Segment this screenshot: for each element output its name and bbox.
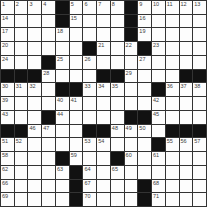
cell-r3-c8[interactable] — [97, 28, 110, 41]
black-square-r15-c11 — [138, 193, 151, 206]
cell-r2-c8[interactable] — [97, 15, 110, 28]
black-square-r11-c12 — [152, 138, 165, 151]
clue-number: 64 — [84, 166, 90, 172]
cell-r11-c3[interactable] — [28, 138, 41, 151]
black-square-r10-c1 — [1, 125, 14, 138]
cell-r15-c10[interactable] — [125, 193, 138, 206]
cell-r12-c8[interactable] — [97, 152, 110, 165]
cell-r12-c1[interactable]: 58 — [1, 152, 14, 165]
clue-number: 66 — [2, 180, 8, 186]
cell-r1-c15[interactable]: 13 — [193, 1, 206, 14]
cell-r14-c12[interactable]: 68 — [152, 180, 165, 193]
cell-r2-c11[interactable]: 16 — [138, 15, 151, 28]
clue-number: 45 — [153, 111, 159, 117]
cell-r12-c2[interactable] — [15, 152, 28, 165]
cell-r15-c14[interactable] — [180, 193, 193, 206]
cell-r14-c7[interactable]: 67 — [83, 180, 96, 193]
cell-r1-c13[interactable]: 11 — [166, 1, 179, 14]
clue-number: 52 — [16, 138, 22, 144]
clue-number: 65 — [112, 166, 118, 172]
cell-r4-c10[interactable]: 22 — [125, 42, 138, 55]
cell-r9-c14[interactable] — [180, 111, 193, 124]
cell-r2-c7[interactable] — [83, 15, 96, 28]
cell-r14-c9[interactable] — [111, 180, 124, 193]
cell-r13-c3[interactable] — [28, 166, 41, 179]
cell-r11-c2[interactable]: 52 — [15, 138, 28, 151]
cell-r11-c4[interactable] — [42, 138, 55, 151]
cell-r5-c10[interactable] — [125, 56, 138, 69]
cell-r9-c1[interactable]: 43 — [1, 111, 14, 124]
cell-r14-c2[interactable] — [15, 180, 28, 193]
cell-r4-c6[interactable] — [70, 42, 83, 55]
cell-r6-c7[interactable] — [83, 70, 96, 83]
cell-r1-c14[interactable]: 12 — [180, 1, 193, 14]
black-square-r13-c6 — [70, 166, 83, 179]
black-square-r7-c12 — [152, 83, 165, 96]
cell-r7-c15[interactable]: 38 — [193, 83, 206, 96]
cell-r7-c9[interactable]: 35 — [111, 83, 124, 96]
clue-number: 24 — [2, 56, 8, 62]
cell-r9-c15[interactable] — [193, 111, 206, 124]
cell-r14-c1[interactable]: 66 — [1, 180, 14, 193]
clue-number: 53 — [84, 138, 90, 144]
cell-r2-c9[interactable] — [111, 15, 124, 28]
cell-r14-c13[interactable] — [166, 180, 179, 193]
clue-number: 59 — [71, 152, 77, 158]
clue-number: 61 — [153, 152, 159, 158]
cell-r12-c14[interactable] — [180, 152, 193, 165]
cell-r12-c13[interactable] — [166, 152, 179, 165]
clue-number: 44 — [57, 111, 63, 117]
clue-number: 8 — [112, 1, 115, 7]
cell-r13-c11[interactable] — [138, 166, 151, 179]
cell-r6-c6[interactable] — [70, 70, 83, 83]
clue-number: 35 — [112, 83, 118, 89]
cell-r11-c7[interactable]: 53 — [83, 138, 96, 151]
black-square-r7-c6 — [70, 83, 83, 96]
cell-r1-c6[interactable]: 5 — [70, 1, 83, 14]
clue-number: 67 — [84, 180, 90, 186]
cell-r15-c2[interactable] — [15, 193, 28, 206]
clue-number: 14 — [2, 15, 8, 21]
cell-r5-c3[interactable] — [28, 56, 41, 69]
cell-r13-c14[interactable] — [180, 166, 193, 179]
cell-r13-c5[interactable]: 63 — [56, 166, 69, 179]
clue-number: 58 — [2, 152, 8, 158]
cell-r13-c13[interactable] — [166, 166, 179, 179]
clue-number: 9 — [139, 1, 142, 7]
clue-number: 1 — [2, 1, 5, 7]
black-square-r4-c11 — [138, 42, 151, 55]
clue-number: 3 — [29, 1, 32, 7]
cell-r7-c3[interactable]: 32 — [28, 83, 41, 96]
cell-r8-c7[interactable] — [83, 97, 96, 110]
cell-r7-c7[interactable]: 33 — [83, 83, 96, 96]
cell-r7-c8[interactable]: 34 — [97, 83, 110, 96]
cell-r15-c12[interactable]: 71 — [152, 193, 165, 206]
clue-number: 10 — [153, 1, 159, 7]
black-square-r2-c5 — [56, 15, 69, 28]
clue-number: 62 — [2, 166, 8, 172]
clue-number: 29 — [126, 70, 132, 76]
cell-r9-c8[interactable] — [97, 111, 110, 124]
cell-r1-c7[interactable]: 6 — [83, 1, 96, 14]
black-square-r9-c4 — [42, 111, 55, 124]
black-square-r6-c2 — [15, 70, 28, 83]
cell-r15-c13[interactable] — [166, 193, 179, 206]
black-square-r14-c6 — [70, 180, 83, 193]
cell-r11-c10[interactable] — [125, 138, 138, 151]
clue-number: 17 — [2, 28, 8, 34]
clue-number: 36 — [167, 83, 173, 89]
cell-r8-c15[interactable] — [193, 97, 206, 110]
cell-r2-c2[interactable] — [15, 15, 28, 28]
cell-r12-c11[interactable] — [138, 152, 151, 165]
cell-r4-c12[interactable]: 23 — [152, 42, 165, 55]
cell-r13-c15[interactable] — [193, 166, 206, 179]
cell-r9-c2[interactable] — [15, 111, 28, 124]
clue-number: 57 — [194, 138, 200, 144]
cell-r5-c2[interactable] — [15, 56, 28, 69]
black-square-r6-c8 — [97, 70, 110, 83]
cell-r14-c10[interactable] — [125, 180, 138, 193]
cell-r11-c5[interactable] — [56, 138, 69, 151]
clue-number: 40 — [57, 97, 63, 103]
cell-r8-c13[interactable] — [166, 97, 179, 110]
cell-r6-c11[interactable] — [138, 70, 151, 83]
clue-number: 4 — [43, 1, 46, 7]
cell-r14-c4[interactable] — [42, 180, 55, 193]
clue-number: 43 — [2, 111, 8, 117]
clue-number: 38 — [194, 83, 200, 89]
black-square-r10-c7 — [83, 125, 96, 138]
clue-number: 31 — [16, 83, 22, 89]
black-square-r6-c14 — [180, 70, 193, 83]
clue-number: 41 — [71, 97, 77, 103]
clue-number: 2 — [16, 1, 19, 7]
cell-r7-c11[interactable] — [138, 83, 151, 96]
cell-r10-c10[interactable]: 49 — [125, 125, 138, 138]
black-square-r6-c9 — [111, 70, 124, 83]
cell-r15-c1[interactable]: 69 — [1, 193, 14, 206]
clue-number: 49 — [126, 125, 132, 131]
cell-r15-c7[interactable]: 70 — [83, 193, 96, 206]
cell-r15-c3[interactable] — [28, 193, 41, 206]
cell-r14-c8[interactable] — [97, 180, 110, 193]
cell-r13-c10[interactable] — [125, 166, 138, 179]
cell-r3-c4[interactable] — [42, 28, 55, 41]
cell-r12-c3[interactable] — [28, 152, 41, 165]
cell-r2-c3[interactable] — [28, 15, 41, 28]
cell-r8-c12[interactable]: 42 — [152, 97, 165, 110]
clue-number: 12 — [181, 1, 187, 7]
cell-r8-c2[interactable] — [15, 97, 28, 110]
cell-r5-c13[interactable] — [166, 56, 179, 69]
cell-r1-c9[interactable]: 8 — [111, 1, 124, 14]
cell-r3-c7[interactable] — [83, 28, 96, 41]
black-square-r15-c6 — [70, 193, 83, 206]
cell-r15-c8[interactable] — [97, 193, 110, 206]
cell-r4-c13[interactable] — [166, 42, 179, 55]
cell-r3-c9[interactable] — [111, 28, 124, 41]
clue-number: 16 — [139, 15, 145, 21]
cell-r3-c3[interactable] — [28, 28, 41, 41]
clue-number: 37 — [181, 83, 187, 89]
cell-r5-c6[interactable] — [70, 56, 83, 69]
cell-r15-c9[interactable] — [111, 193, 124, 206]
cell-r8-c14[interactable] — [180, 97, 193, 110]
cell-r11-c11[interactable] — [138, 138, 151, 151]
cell-r13-c4[interactable] — [42, 166, 55, 179]
black-square-r3-c10 — [125, 28, 138, 41]
clue-number: 63 — [57, 166, 63, 172]
black-square-r10-c13 — [166, 125, 179, 138]
cell-r12-c6[interactable]: 59 — [70, 152, 83, 165]
cell-r11-c13[interactable]: 55 — [166, 138, 179, 151]
clue-number: 15 — [71, 15, 77, 21]
cell-r1-c1[interactable]: 1 — [1, 1, 14, 14]
clue-number: 22 — [126, 42, 132, 48]
cell-r14-c14[interactable] — [180, 180, 193, 193]
black-square-r12-c5 — [56, 152, 69, 165]
clue-number: 27 — [139, 56, 145, 62]
cell-r7-c2[interactable]: 31 — [15, 83, 28, 96]
cell-r8-c8[interactable] — [97, 97, 110, 110]
cell-r13-c7[interactable]: 64 — [83, 166, 96, 179]
cell-r5-c1[interactable]: 24 — [1, 56, 14, 69]
cell-r11-c1[interactable]: 51 — [1, 138, 14, 151]
cell-r10-c3[interactable]: 46 — [28, 125, 41, 138]
cell-r14-c5[interactable] — [56, 180, 69, 193]
cell-r4-c1[interactable]: 20 — [1, 42, 14, 55]
crossword-board: 1234567891011121314151617181920212223242… — [0, 0, 207, 207]
cell-r4-c14[interactable] — [180, 42, 193, 55]
black-square-r6-c1 — [1, 70, 14, 83]
cell-r2-c13[interactable] — [166, 15, 179, 28]
cell-r10-c12[interactable] — [152, 125, 165, 138]
cell-r4-c8[interactable]: 21 — [97, 42, 110, 55]
cell-r12-c12[interactable]: 61 — [152, 152, 165, 165]
cell-r9-c7[interactable] — [83, 111, 96, 124]
cell-r7-c13[interactable]: 36 — [166, 83, 179, 96]
cell-r3-c14[interactable] — [180, 28, 193, 41]
cell-r12-c15[interactable] — [193, 152, 206, 165]
clue-number: 56 — [181, 138, 187, 144]
black-square-r4-c7 — [83, 42, 96, 55]
cell-r5-c8[interactable] — [97, 56, 110, 69]
cell-r3-c13[interactable] — [166, 28, 179, 41]
cell-r5-c12[interactable] — [152, 56, 165, 69]
cell-r8-c3[interactable] — [28, 97, 41, 110]
clue-number: 60 — [126, 152, 132, 158]
black-square-r1-c5 — [56, 1, 69, 14]
cell-r8-c5[interactable]: 40 — [56, 97, 69, 110]
cell-r3-c1[interactable]: 17 — [1, 28, 14, 41]
black-square-r10-c14 — [180, 125, 193, 138]
clue-number: 54 — [98, 138, 104, 144]
cell-r9-c13[interactable] — [166, 111, 179, 124]
cell-r8-c4[interactable] — [42, 97, 55, 110]
cell-r11-c14[interactable]: 56 — [180, 138, 193, 151]
cell-r13-c2[interactable] — [15, 166, 28, 179]
cell-r2-c6[interactable]: 15 — [70, 15, 83, 28]
clue-number: 7 — [98, 1, 101, 7]
cell-r6-c13[interactable] — [166, 70, 179, 83]
clue-number: 5 — [71, 1, 74, 7]
cell-r5-c5[interactable]: 25 — [56, 56, 69, 69]
cell-r10-c4[interactable]: 47 — [42, 125, 55, 138]
clue-number: 21 — [98, 42, 104, 48]
cell-r1-c12[interactable]: 10 — [152, 1, 165, 14]
black-square-r6-c15 — [193, 70, 206, 83]
cell-r6-c5[interactable] — [56, 70, 69, 83]
clue-number: 71 — [153, 193, 159, 199]
cell-r5-c14[interactable] — [180, 56, 193, 69]
cell-r11-c15[interactable]: 57 — [193, 138, 206, 151]
cell-r4-c4[interactable] — [42, 42, 55, 55]
clue-number: 32 — [29, 83, 35, 89]
cell-r8-c10[interactable] — [125, 97, 138, 110]
black-square-r2-c10 — [125, 15, 138, 28]
cell-r9-c3[interactable] — [28, 111, 41, 124]
cell-r3-c6[interactable] — [70, 28, 83, 41]
cell-r7-c4[interactable] — [42, 83, 55, 96]
cell-r13-c9[interactable]: 65 — [111, 166, 124, 179]
black-square-r5-c4 — [42, 56, 55, 69]
cell-r5-c11[interactable]: 27 — [138, 56, 151, 69]
clue-number: 23 — [153, 42, 159, 48]
cell-r13-c1[interactable]: 62 — [1, 166, 14, 179]
cell-r4-c5[interactable] — [56, 42, 69, 55]
clue-number: 19 — [139, 28, 145, 34]
clue-number: 51 — [2, 138, 8, 144]
cell-r7-c14[interactable]: 37 — [180, 83, 193, 96]
cell-r7-c10[interactable] — [125, 83, 138, 96]
clue-number: 48 — [112, 125, 118, 131]
cell-r3-c2[interactable] — [15, 28, 28, 41]
cell-r10-c11[interactable]: 50 — [138, 125, 151, 138]
cell-r6-c10[interactable]: 29 — [125, 70, 138, 83]
cell-r9-c12[interactable]: 45 — [152, 111, 165, 124]
cell-r10-c9[interactable]: 48 — [111, 125, 124, 138]
cell-r1-c2[interactable]: 2 — [15, 1, 28, 14]
cell-r15-c4[interactable] — [42, 193, 55, 206]
clue-number: 55 — [167, 138, 173, 144]
cell-r5-c15[interactable] — [193, 56, 206, 69]
clue-number: 46 — [29, 125, 35, 131]
cell-r12-c4[interactable] — [42, 152, 55, 165]
cell-r2-c4[interactable] — [42, 15, 55, 28]
black-square-r10-c2 — [15, 125, 28, 138]
cell-r2-c14[interactable] — [180, 15, 193, 28]
clue-number: 11 — [167, 1, 173, 7]
cell-r8-c6[interactable]: 41 — [70, 97, 83, 110]
cell-r5-c7[interactable]: 26 — [83, 56, 96, 69]
cell-r1-c3[interactable]: 3 — [28, 1, 41, 14]
cell-r2-c15[interactable] — [193, 15, 206, 28]
cell-r11-c6[interactable] — [70, 138, 83, 151]
cell-r7-c1[interactable]: 30 — [1, 83, 14, 96]
clue-number: 34 — [98, 83, 104, 89]
cell-r8-c11[interactable] — [138, 97, 151, 110]
clue-number: 33 — [84, 83, 90, 89]
cell-r10-c5[interactable] — [56, 125, 69, 138]
cell-r2-c1[interactable]: 14 — [1, 15, 14, 28]
cell-r8-c1[interactable]: 39 — [1, 97, 14, 110]
cell-r10-c6[interactable] — [70, 125, 83, 138]
cell-r3-c12[interactable] — [152, 28, 165, 41]
black-square-r10-c15 — [193, 125, 206, 138]
cell-r14-c15[interactable] — [193, 180, 206, 193]
cell-r6-c4[interactable]: 28 — [42, 70, 55, 83]
clue-number: 25 — [57, 56, 63, 62]
cell-r3-c5[interactable]: 18 — [56, 28, 69, 41]
black-square-r6-c3 — [28, 70, 41, 83]
cell-r11-c8[interactable]: 54 — [97, 138, 110, 151]
cell-r4-c9[interactable] — [111, 42, 124, 55]
black-square-r9-c10 — [125, 111, 138, 124]
cell-r15-c5[interactable] — [56, 193, 69, 206]
cell-r4-c3[interactable] — [28, 42, 41, 55]
clue-number: 20 — [2, 42, 8, 48]
cell-r4-c15[interactable] — [193, 42, 206, 55]
cell-r15-c15[interactable] — [193, 193, 206, 206]
cell-r5-c9[interactable] — [111, 56, 124, 69]
clue-number: 18 — [57, 28, 63, 34]
cell-r9-c5[interactable]: 44 — [56, 111, 69, 124]
cell-r1-c11[interactable]: 9 — [138, 1, 151, 14]
cell-r14-c3[interactable] — [28, 180, 41, 193]
clue-number: 50 — [139, 125, 145, 131]
cell-r11-c9[interactable] — [111, 138, 124, 151]
black-square-r14-c11 — [138, 180, 151, 193]
clue-number: 39 — [2, 97, 8, 103]
cell-r9-c6[interactable] — [70, 111, 83, 124]
black-square-r7-c5 — [56, 83, 69, 96]
clue-number: 47 — [43, 125, 49, 131]
cell-r3-c15[interactable] — [193, 28, 206, 41]
cell-r8-c9[interactable] — [111, 97, 124, 110]
cell-r4-c2[interactable] — [15, 42, 28, 55]
clue-number: 13 — [194, 1, 200, 7]
clue-number: 28 — [43, 70, 49, 76]
clue-number: 68 — [153, 180, 159, 186]
clue-number: 30 — [2, 83, 8, 89]
cell-r3-c11[interactable]: 19 — [138, 28, 151, 41]
cell-r13-c8[interactable] — [97, 166, 110, 179]
clue-number: 26 — [84, 56, 90, 62]
black-square-r9-c11 — [138, 111, 151, 124]
clue-number: 69 — [2, 193, 8, 199]
black-square-r12-c9 — [111, 152, 124, 165]
cell-r6-c12[interactable] — [152, 70, 165, 83]
cell-r9-c9[interactable] — [111, 111, 124, 124]
black-square-r10-c8 — [97, 125, 110, 138]
black-square-r1-c10 — [125, 1, 138, 14]
clue-number: 42 — [153, 97, 159, 103]
cell-r1-c4[interactable]: 4 — [42, 1, 55, 14]
clue-number: 6 — [84, 1, 87, 7]
cell-r12-c7[interactable] — [83, 152, 96, 165]
cell-r12-c10[interactable]: 60 — [125, 152, 138, 165]
cell-r1-c8[interactable]: 7 — [97, 1, 110, 14]
cell-r13-c12[interactable] — [152, 166, 165, 179]
clue-number: 70 — [84, 193, 90, 199]
cell-r2-c12[interactable] — [152, 15, 165, 28]
